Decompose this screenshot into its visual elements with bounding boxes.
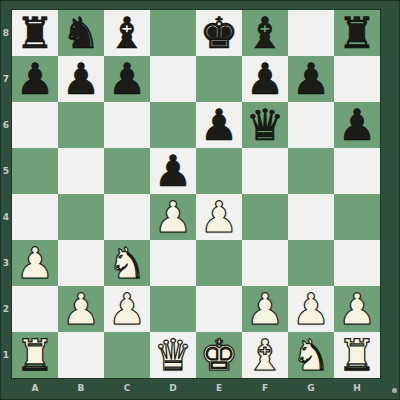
white-knight[interactable]: ♞: [108, 240, 147, 286]
black-pawn[interactable]: ♟: [246, 56, 285, 102]
square-b1[interactable]: [58, 332, 104, 378]
square-b7[interactable]: ♟: [58, 56, 104, 102]
black-pawn[interactable]: ♟: [338, 102, 377, 148]
white-pawn[interactable]: ♟: [246, 286, 285, 332]
square-b8[interactable]: ♞: [58, 10, 104, 56]
square-c4[interactable]: [104, 194, 150, 240]
file-label-a: A: [12, 378, 58, 400]
white-king[interactable]: ♚: [200, 332, 239, 378]
square-a8[interactable]: ♜: [12, 10, 58, 56]
square-d2[interactable]: [150, 286, 196, 332]
square-h2[interactable]: ♟: [334, 286, 380, 332]
square-e3[interactable]: [196, 240, 242, 286]
file-labels: ABCDEFGH: [12, 378, 380, 400]
square-h6[interactable]: ♟: [334, 102, 380, 148]
square-e6[interactable]: ♟: [196, 102, 242, 148]
square-g6[interactable]: [288, 102, 334, 148]
white-pawn[interactable]: ♟: [292, 286, 331, 332]
square-c3[interactable]: ♞: [104, 240, 150, 286]
file-label-g: G: [288, 378, 334, 400]
square-b3[interactable]: [58, 240, 104, 286]
rank-label-6: 6: [0, 102, 12, 148]
square-b4[interactable]: [58, 194, 104, 240]
rank-label-3: 3: [0, 240, 12, 286]
file-label-b: B: [58, 378, 104, 400]
black-pawn[interactable]: ♟: [292, 56, 331, 102]
square-f3[interactable]: [242, 240, 288, 286]
rank-label-1: 1: [0, 332, 12, 378]
white-pawn[interactable]: ♟: [62, 286, 101, 332]
black-pawn[interactable]: ♟: [108, 56, 147, 102]
square-d7[interactable]: [150, 56, 196, 102]
black-pawn[interactable]: ♟: [62, 56, 101, 102]
square-a2[interactable]: [12, 286, 58, 332]
square-c6[interactable]: [104, 102, 150, 148]
black-knight[interactable]: ♞: [62, 10, 101, 56]
square-c2[interactable]: ♟: [104, 286, 150, 332]
square-g5[interactable]: [288, 148, 334, 194]
square-b6[interactable]: [58, 102, 104, 148]
black-king[interactable]: ♚: [200, 10, 239, 56]
square-a5[interactable]: [12, 148, 58, 194]
square-e2[interactable]: [196, 286, 242, 332]
file-label-h: H: [334, 378, 380, 400]
rank-label-4: 4: [0, 194, 12, 240]
white-knight[interactable]: ♞: [292, 332, 331, 378]
square-e4[interactable]: ♟: [196, 194, 242, 240]
square-c7[interactable]: ♟: [104, 56, 150, 102]
white-pawn[interactable]: ♟: [108, 286, 147, 332]
file-label-c: C: [104, 378, 150, 400]
square-f2[interactable]: ♟: [242, 286, 288, 332]
black-queen[interactable]: ♛: [246, 102, 285, 148]
white-rook[interactable]: ♜: [338, 332, 377, 378]
square-h8[interactable]: ♜: [334, 10, 380, 56]
square-h4[interactable]: [334, 194, 380, 240]
square-g2[interactable]: ♟: [288, 286, 334, 332]
square-a7[interactable]: ♟: [12, 56, 58, 102]
square-d5[interactable]: ♟: [150, 148, 196, 194]
square-f8[interactable]: ♝: [242, 10, 288, 56]
square-d1[interactable]: ♛: [150, 332, 196, 378]
black-pawn[interactable]: ♟: [16, 56, 55, 102]
rank-labels: 87654321: [0, 10, 12, 378]
square-a6[interactable]: [12, 102, 58, 148]
black-rook[interactable]: ♜: [338, 10, 377, 56]
square-e8[interactable]: ♚: [196, 10, 242, 56]
square-g8[interactable]: [288, 10, 334, 56]
square-g1[interactable]: ♞: [288, 332, 334, 378]
white-rook[interactable]: ♜: [16, 332, 55, 378]
square-g3[interactable]: [288, 240, 334, 286]
square-d3[interactable]: [150, 240, 196, 286]
square-h5[interactable]: [334, 148, 380, 194]
file-label-f: F: [242, 378, 288, 400]
white-queen[interactable]: ♛: [154, 332, 193, 378]
white-pawn[interactable]: ♟: [16, 240, 55, 286]
white-pawn[interactable]: ♟: [338, 286, 377, 332]
square-f5[interactable]: [242, 148, 288, 194]
square-h7[interactable]: [334, 56, 380, 102]
square-a4[interactable]: [12, 194, 58, 240]
square-d4[interactable]: ♟: [150, 194, 196, 240]
rank-label-5: 5: [0, 148, 12, 194]
square-d6[interactable]: [150, 102, 196, 148]
square-e7[interactable]: [196, 56, 242, 102]
black-rook[interactable]: ♜: [16, 10, 55, 56]
square-c5[interactable]: [104, 148, 150, 194]
rank-label-2: 2: [0, 286, 12, 332]
square-f4[interactable]: [242, 194, 288, 240]
square-f7[interactable]: ♟: [242, 56, 288, 102]
file-label-e: E: [196, 378, 242, 400]
file-label-d: D: [150, 378, 196, 400]
square-f6[interactable]: ♛: [242, 102, 288, 148]
white-pawn[interactable]: ♟: [200, 194, 239, 240]
black-bishop[interactable]: ♝: [108, 10, 147, 56]
rank-label-7: 7: [0, 56, 12, 102]
square-g4[interactable]: [288, 194, 334, 240]
square-h1[interactable]: ♜: [334, 332, 380, 378]
white-bishop[interactable]: ♝: [246, 332, 285, 378]
square-g7[interactable]: ♟: [288, 56, 334, 102]
square-a3[interactable]: ♟: [12, 240, 58, 286]
black-pawn[interactable]: ♟: [154, 148, 193, 194]
chess-board-frame: 87654321 ♜♞♝♚♝♜♟♟♟♟♟♟♛♟♟♟♟♟♞♟♟♟♟♟♜♛♚♝♞♜ …: [0, 0, 400, 400]
rank-label-8: 8: [0, 10, 12, 56]
square-f1[interactable]: ♝: [242, 332, 288, 378]
black-bishop[interactable]: ♝: [246, 10, 285, 56]
black-pawn[interactable]: ♟: [200, 102, 239, 148]
square-c8[interactable]: ♝: [104, 10, 150, 56]
square-h3[interactable]: [334, 240, 380, 286]
square-d8[interactable]: [150, 10, 196, 56]
square-b2[interactable]: ♟: [58, 286, 104, 332]
square-e5[interactable]: [196, 148, 242, 194]
square-a1[interactable]: ♜: [12, 332, 58, 378]
square-e1[interactable]: ♚: [196, 332, 242, 378]
side-to-move-dot: [392, 388, 397, 393]
square-c1[interactable]: [104, 332, 150, 378]
white-pawn[interactable]: ♟: [154, 194, 193, 240]
square-b5[interactable]: [58, 148, 104, 194]
chess-board[interactable]: ♜♞♝♚♝♜♟♟♟♟♟♟♛♟♟♟♟♟♞♟♟♟♟♟♜♛♚♝♞♜: [12, 10, 380, 378]
